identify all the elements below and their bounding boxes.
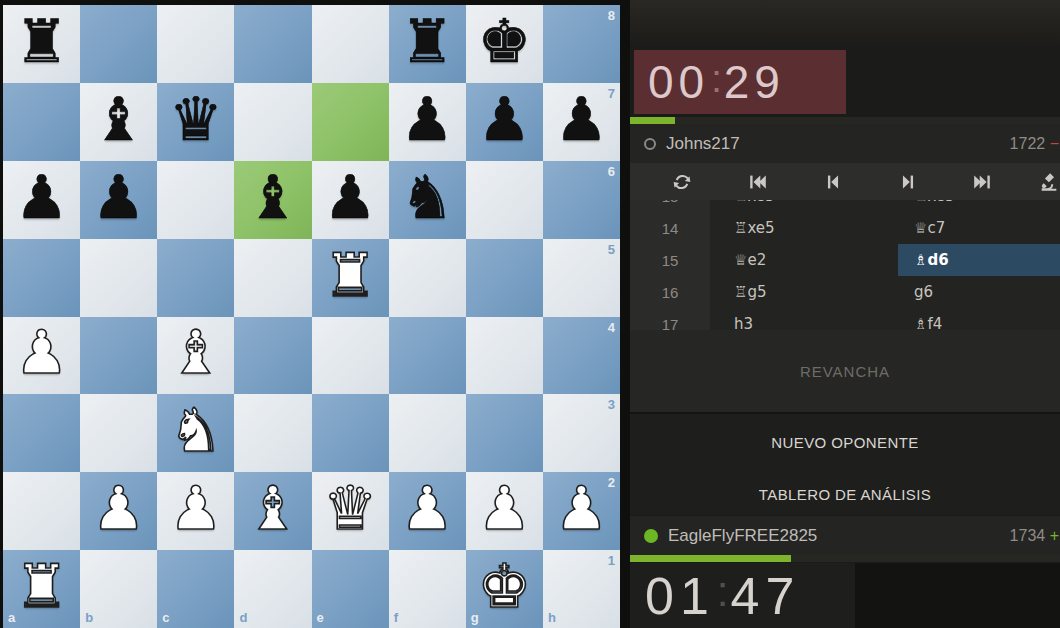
square-b7[interactable]: ♝ xyxy=(80,83,157,161)
rematch-button[interactable]: REVANCHA xyxy=(800,363,890,380)
square-e7[interactable] xyxy=(312,83,389,161)
square-f1[interactable]: f xyxy=(389,550,466,628)
bottom-time-bar xyxy=(630,555,1060,562)
square-a5[interactable] xyxy=(3,239,80,317)
bottom-player-row: EagleFlyFREE2825 1734 + xyxy=(630,516,1060,555)
move-16-white[interactable]: ♖g5 xyxy=(710,276,898,308)
top-clock-colon: : xyxy=(711,58,722,101)
top-time-bar-fill xyxy=(630,117,675,124)
offline-status-icon xyxy=(644,138,656,150)
move-list-inner: 13♘xe5♘xe514♖xe5♕c715♕e2♗d616♖g5g617h3♗f… xyxy=(630,200,1060,330)
new-opponent-button[interactable]: NUEVO OPONENTE xyxy=(630,422,1060,462)
bottom-clock-row: 01:47 xyxy=(630,563,1060,628)
square-f6[interactable]: ♞ xyxy=(389,161,466,239)
bottom-clock-minutes: 01 xyxy=(645,566,715,626)
square-c7[interactable]: ♛ xyxy=(157,83,234,161)
white-knight: ♞ xyxy=(169,400,223,460)
bottom-clock: 01:47 xyxy=(645,563,800,628)
step-forward-icon[interactable] xyxy=(897,171,919,193)
skip-last-icon[interactable] xyxy=(971,171,993,193)
black-queen: ♛ xyxy=(169,89,223,149)
bottom-time-bar-fill xyxy=(630,555,791,562)
cycle-icon[interactable] xyxy=(671,171,693,193)
rank-label-2: 2 xyxy=(608,476,615,489)
move-number: 13 xyxy=(630,200,710,212)
white-pawn: ♟ xyxy=(400,478,454,538)
rank-label-4: 4 xyxy=(608,321,615,334)
square-f2[interactable]: ♟ xyxy=(389,472,466,550)
square-g5[interactable] xyxy=(466,239,543,317)
square-c5[interactable] xyxy=(157,239,234,317)
square-b1[interactable]: b xyxy=(80,550,157,628)
white-bishop: ♝ xyxy=(169,322,223,382)
top-rating-delta: − xyxy=(1050,135,1059,152)
bottom-clock-dim-block xyxy=(855,563,1060,628)
move-row-14: 14♖xe5♕c7 xyxy=(630,212,1060,244)
white-king: ♚ xyxy=(477,556,531,616)
black-pawn: ♟ xyxy=(323,167,377,227)
square-h3[interactable]: 3 xyxy=(543,394,620,472)
bottom-player-name[interactable]: EagleFlyFREE2825 xyxy=(668,526,817,546)
file-label-c: c xyxy=(162,611,169,624)
square-b8[interactable] xyxy=(80,5,157,83)
file-label-g: g xyxy=(471,611,479,624)
square-b4[interactable] xyxy=(80,317,157,395)
square-h6[interactable]: 6 xyxy=(543,161,620,239)
square-h8[interactable]: 8 xyxy=(543,5,620,83)
move-list: 13♘xe5♘xe514♖xe5♕c715♕e2♗d616♖g5g617h3♗f… xyxy=(630,200,1060,330)
square-d8[interactable] xyxy=(234,5,311,83)
black-rook: ♜ xyxy=(400,11,454,71)
black-pawn: ♟ xyxy=(477,89,531,149)
square-e5[interactable]: ♜ xyxy=(312,239,389,317)
black-pawn: ♟ xyxy=(555,89,609,149)
chess-board: ♜♜♚8♝♛♟♟♟7♟♟♝♟♞6♜5♟♝4♞3♟♟♝♛♟♟♟2♜abcdef♚g… xyxy=(3,5,620,628)
square-a1[interactable]: ♜a xyxy=(3,550,80,628)
bottom-rating-delta: + xyxy=(1050,527,1059,544)
file-label-h: h xyxy=(548,611,556,624)
square-d7[interactable] xyxy=(234,83,311,161)
move-number: 16 xyxy=(630,276,710,308)
square-c2[interactable]: ♟ xyxy=(157,472,234,550)
rank-label-7: 7 xyxy=(608,87,615,100)
square-c8[interactable] xyxy=(157,5,234,83)
rematch-section: REVANCHA xyxy=(630,330,1060,412)
actions-section: NUEVO OPONENTE TABLERO DE ANÁLISIS xyxy=(630,412,1060,515)
move-number: 17 xyxy=(630,308,710,330)
square-g7[interactable]: ♟ xyxy=(466,83,543,161)
black-king: ♚ xyxy=(477,11,531,71)
square-b3[interactable] xyxy=(80,394,157,472)
square-d3[interactable] xyxy=(234,394,311,472)
square-d2[interactable]: ♝ xyxy=(234,472,311,550)
black-knight: ♞ xyxy=(400,167,454,227)
white-pawn: ♟ xyxy=(92,478,146,538)
square-e2[interactable]: ♛ xyxy=(312,472,389,550)
square-h7[interactable]: ♟7 xyxy=(543,83,620,161)
move-14-white[interactable]: ♖xe5 xyxy=(710,212,898,244)
move-14-black[interactable]: ♕c7 xyxy=(898,212,1060,244)
square-f4[interactable] xyxy=(389,317,466,395)
white-rook: ♜ xyxy=(323,245,377,305)
square-h4[interactable]: 4 xyxy=(543,317,620,395)
square-f5[interactable] xyxy=(389,239,466,317)
bottom-clock-colon: : xyxy=(717,568,729,616)
square-a7[interactable] xyxy=(3,83,80,161)
file-label-b: b xyxy=(85,611,93,624)
move-row-16: 16♖g5g6 xyxy=(630,276,1060,308)
square-e6[interactable]: ♟ xyxy=(312,161,389,239)
square-d1[interactable]: d xyxy=(234,550,311,628)
square-f7[interactable]: ♟ xyxy=(389,83,466,161)
square-b6[interactable]: ♟ xyxy=(80,161,157,239)
top-clock-seconds: 29 xyxy=(724,55,785,109)
rank-label-3: 3 xyxy=(608,398,615,411)
square-b2[interactable]: ♟ xyxy=(80,472,157,550)
square-f8[interactable]: ♜ xyxy=(389,5,466,83)
square-g4[interactable] xyxy=(466,317,543,395)
move-17-black[interactable]: ♗f4 xyxy=(898,308,1060,330)
move-row-17: 17h3♗f4 xyxy=(630,308,1060,330)
square-d5[interactable] xyxy=(234,239,311,317)
square-g8[interactable]: ♚ xyxy=(466,5,543,83)
rank-label-6: 6 xyxy=(608,165,615,178)
move-16-black[interactable]: g6 xyxy=(898,276,1060,308)
white-pawn: ♟ xyxy=(169,478,223,538)
square-h5[interactable]: 5 xyxy=(543,239,620,317)
white-bishop: ♝ xyxy=(246,478,300,538)
top-clock-row: 00:29 xyxy=(630,47,1060,117)
square-c6[interactable] xyxy=(157,161,234,239)
move-nav-bar xyxy=(630,163,1060,200)
square-d4[interactable] xyxy=(234,317,311,395)
rank-label-5: 5 xyxy=(608,243,615,256)
file-label-a: a xyxy=(8,611,15,624)
sidebar-top-spacer xyxy=(630,0,1060,47)
black-bishop: ♝ xyxy=(92,89,146,149)
bottom-clock-seconds: 47 xyxy=(731,566,801,626)
analysis-board-button[interactable]: TABLERO DE ANÁLISIS xyxy=(630,474,1060,514)
square-a3[interactable] xyxy=(3,394,80,472)
online-status-icon xyxy=(644,529,658,543)
move-15-white[interactable]: ♕e2 xyxy=(710,244,898,276)
square-e3[interactable] xyxy=(312,394,389,472)
file-label-e: e xyxy=(317,611,324,624)
square-d6[interactable]: ♝ xyxy=(234,161,311,239)
move-number: 14 xyxy=(630,212,710,244)
square-e4[interactable] xyxy=(312,317,389,395)
square-a6[interactable]: ♟ xyxy=(3,161,80,239)
top-player-rating: 1722 − xyxy=(1010,135,1050,153)
square-h2[interactable]: ♟2 xyxy=(543,472,620,550)
top-clock: 00:29 xyxy=(634,50,846,114)
move-15-black[interactable]: ♗d6 xyxy=(898,244,1060,276)
square-g2[interactable]: ♟ xyxy=(466,472,543,550)
rank-label-1: 1 xyxy=(608,554,615,567)
white-pawn: ♟ xyxy=(555,478,609,538)
move-number: 15 xyxy=(630,244,710,276)
square-g6[interactable] xyxy=(466,161,543,239)
black-bishop: ♝ xyxy=(246,167,300,227)
rank-label-8: 8 xyxy=(608,9,615,22)
bottom-player-rating: 1734 + xyxy=(1010,527,1050,545)
move-13-white[interactable]: ♘xe5 xyxy=(710,200,898,212)
board-area: ♜♜♚8♝♛♟♟♟7♟♟♝♟♞6♜5♟♝4♞3♟♟♝♛♟♟♟2♜abcdef♚g… xyxy=(3,5,620,628)
top-time-bar xyxy=(630,117,1060,124)
white-queen: ♛ xyxy=(323,478,377,538)
move-row-15: 15♕e2♗d6 xyxy=(630,244,1060,276)
square-c4[interactable]: ♝ xyxy=(157,317,234,395)
file-label-d: d xyxy=(239,611,247,624)
move-13-black[interactable]: ♘xe5 xyxy=(898,200,1060,212)
white-pawn: ♟ xyxy=(15,322,69,382)
white-rook: ♜ xyxy=(15,556,69,616)
game-sidebar: 00:29 Johns217 1722 − 13♘xe5♘xe514♖xe5♕c… xyxy=(630,0,1060,628)
square-c3[interactable]: ♞ xyxy=(157,394,234,472)
square-e8[interactable] xyxy=(312,5,389,83)
square-b5[interactable] xyxy=(80,239,157,317)
square-e1[interactable]: e xyxy=(312,550,389,628)
square-g1[interactable]: ♚g xyxy=(466,550,543,628)
square-h1[interactable]: 1h xyxy=(543,550,620,628)
square-a4[interactable]: ♟ xyxy=(3,317,80,395)
square-a8[interactable]: ♜ xyxy=(3,5,80,83)
top-player-row: Johns217 1722 − xyxy=(630,124,1060,163)
black-pawn: ♟ xyxy=(92,167,146,227)
black-pawn: ♟ xyxy=(15,167,69,227)
square-a2[interactable] xyxy=(3,472,80,550)
black-pawn: ♟ xyxy=(400,89,454,149)
square-c1[interactable]: c xyxy=(157,550,234,628)
black-rook: ♜ xyxy=(15,11,69,71)
square-f3[interactable] xyxy=(389,394,466,472)
move-row-13: 13♘xe5♘xe5 xyxy=(630,200,1060,212)
skip-first-icon[interactable] xyxy=(747,171,769,193)
white-pawn: ♟ xyxy=(477,478,531,538)
analysis-microscope-icon[interactable] xyxy=(1038,171,1060,193)
top-clock-minutes: 00 xyxy=(648,55,709,109)
step-back-icon[interactable] xyxy=(822,171,844,193)
top-player-name[interactable]: Johns217 xyxy=(666,134,740,154)
move-17-white[interactable]: h3 xyxy=(710,308,898,330)
file-label-f: f xyxy=(394,611,398,624)
square-g3[interactable] xyxy=(466,394,543,472)
